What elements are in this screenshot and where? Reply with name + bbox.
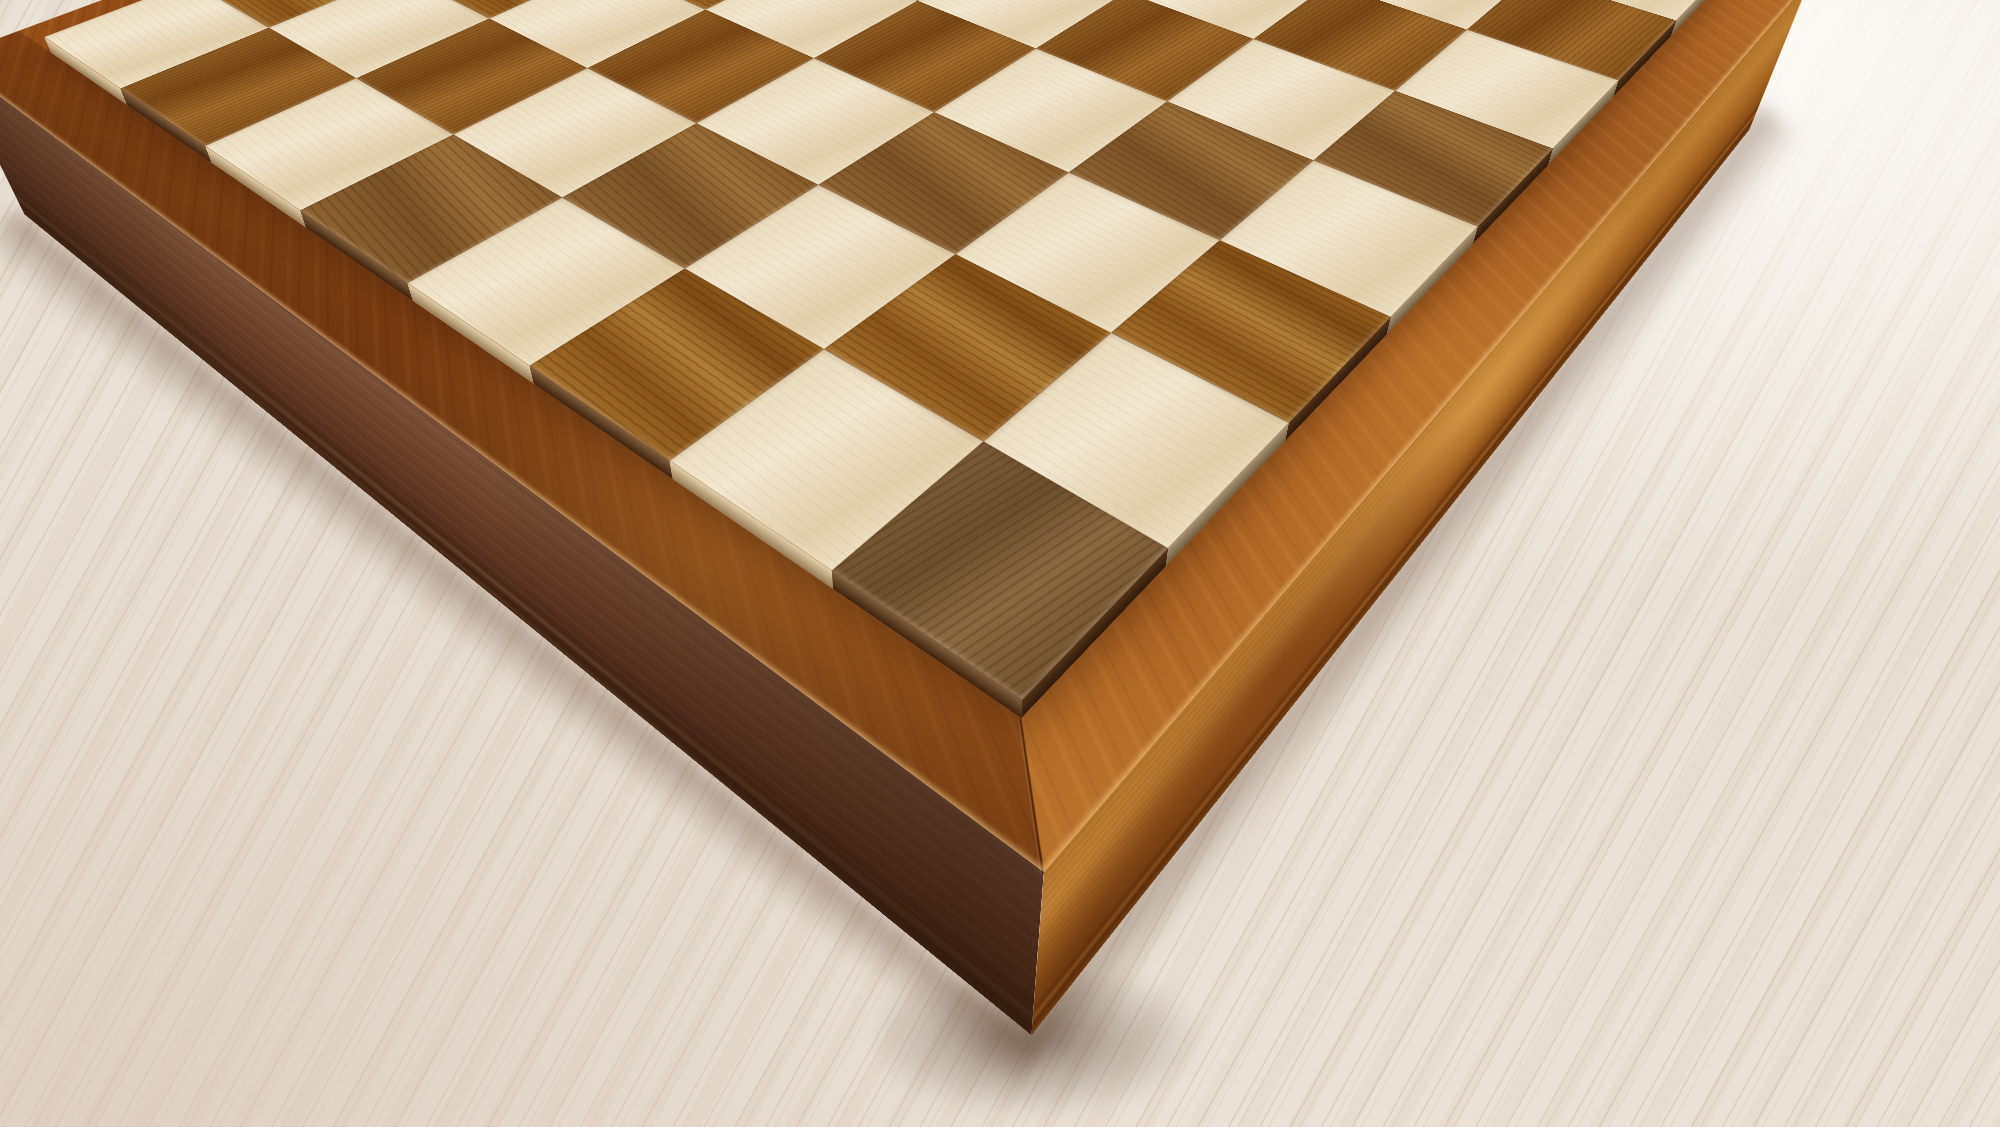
frame-mitre-joint [1019,718,1044,874]
board-frame-top-face [0,0,1810,872]
perspective-scene [0,0,2000,1127]
chess-board [0,0,1810,872]
board-photo-stage [0,0,2000,1127]
